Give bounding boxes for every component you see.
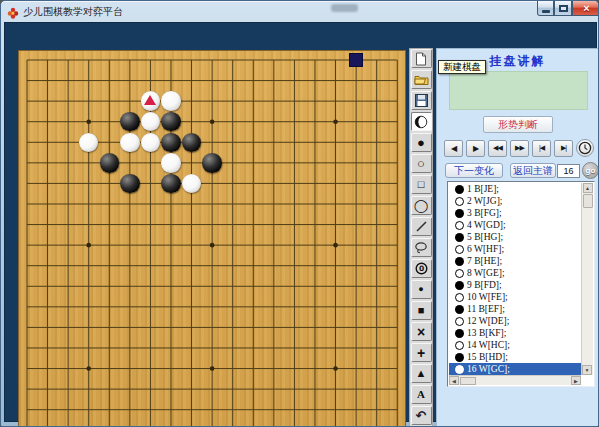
plus-mark-icon: + [417,346,425,360]
last-move-triangle-marker [144,95,156,105]
right-panel: 挂盘讲解 形势判断 ◀▶◀◀▶▶|◀▶| 下一变化 返回主谱 16 go 1 B… [436,48,599,427]
clock-icon [578,141,592,155]
vscroll-thumb[interactable] [583,194,593,208]
move-list-item[interactable]: 14 W[HC]; [449,339,582,351]
step-forward-button[interactable]: ▶ [466,140,485,157]
maximize-button[interactable] [554,1,572,16]
plus-mark-tool-button[interactable]: + [411,343,432,362]
move-rows: 1 B[JE];2 W[JG];3 B[FG];4 W[GD];5 B[HG];… [449,183,582,376]
save-file-button[interactable] [411,91,432,110]
alternate-stone-icon [414,115,428,129]
black-stone-icon [455,209,464,218]
line-icon [415,220,428,233]
navigation-row: ◀▶◀◀▶▶|◀▶| [444,139,594,157]
black-stone [202,153,222,173]
edit-toolbar: ●○□◯0●■×+▲A↶ [409,48,433,427]
move-label: 10 W[FE]; [467,292,508,302]
move-label: 7 B[HE]; [467,256,502,266]
move-list-item[interactable]: 15 B[HD]; [449,351,582,363]
pen-tool-button[interactable] [411,238,432,257]
white-stone-icon [455,365,464,374]
new-board-button[interactable] [411,49,432,68]
move-list-item[interactable]: 10 W[FE]; [449,291,582,303]
black-stone-icon [455,185,464,194]
scroll-down-icon[interactable]: ▼ [582,365,592,375]
open-folder-icon [414,74,429,86]
client-area: ●○□◯0●■×+▲A↶ 挂盘讲解 形势判断 ◀▶◀◀▶▶|◀▶| 下一变化 返… [4,22,597,422]
white-stone-icon [455,341,464,350]
fast-forward-button[interactable]: ▶▶ [510,140,529,157]
app-window: 少儿围棋教学对弈平台 × ●○□◯0●■×+▲A↶ 挂盘讲解 形势判断 ◀▶◀◀… [0,0,599,427]
white-stone-icon: ○ [417,157,425,170]
close-button[interactable]: × [572,1,599,16]
move-list-item[interactable]: 3 B[FG]; [449,207,582,219]
triangle-mark-tool-button[interactable]: ▲ [411,364,432,383]
svg-text:0: 0 [418,264,423,273]
black-stone-icon [455,353,464,362]
triangle-mark-icon: ▲ [416,368,427,379]
circle-outline-icon: ◯ [414,199,429,212]
move-list-item[interactable]: 12 W[DE]; [449,315,582,327]
minimize-icon [542,10,550,13]
square-mark-tool-button[interactable]: ■ [411,301,432,320]
horizontal-scrollbar[interactable]: ◀ ▶ [449,375,581,385]
step-forward-icon: ▶ [473,144,478,153]
close-icon: × [583,2,589,14]
move-list-item[interactable]: 6 W[HF]; [449,243,582,255]
window-title: 少儿围棋教学对弈平台 [23,5,123,19]
move-label: 4 W[GD]; [467,220,506,230]
move-label: 12 W[DE]; [467,316,509,326]
lasso-icon [414,241,428,254]
timer-button[interactable] [576,139,594,157]
black-stone [161,112,181,132]
move-list-item[interactable]: 1 B[JE]; [449,183,582,195]
square-mark-icon: ■ [418,305,425,316]
move-number-tool-button[interactable]: 0 [411,259,432,278]
text-label-icon: A [417,389,425,400]
scroll-up-icon[interactable]: ▲ [583,183,593,193]
black-stone-icon [455,257,464,266]
black-stone-tool-button[interactable]: ● [411,133,432,152]
step-back-button[interactable]: ◀ [444,140,463,157]
move-label: 2 W[JG]; [467,196,502,206]
alternate-move-tool-button[interactable] [411,112,432,131]
move-label: 15 B[HD]; [467,352,508,362]
move-list-item[interactable]: 11 B[EF]; [449,303,582,315]
hscroll-thumb[interactable] [460,377,476,385]
x-mark-icon: × [417,325,425,339]
move-list[interactable]: 1 B[JE];2 W[JG];3 B[FG];4 W[GD];5 B[HG];… [447,181,595,387]
tooltip: 新建棋盘 [438,60,486,74]
move-label: 3 B[FG]; [467,208,502,218]
text-label-tool-button[interactable]: A [411,385,432,404]
dot-mark-tool-button[interactable]: ● [411,280,432,299]
black-stone-icon: ● [417,136,425,149]
variation-row: 下一变化 返回主谱 16 go [437,161,598,183]
board-grid [19,51,407,427]
circle-outline-tool-button[interactable]: ◯ [411,196,432,215]
minimize-button[interactable] [537,1,554,16]
move-list-item[interactable]: 13 B[KF]; [449,327,582,339]
black-stone-icon [455,281,464,290]
move-label: 5 B[HG]; [467,232,503,242]
x-mark-tool-button[interactable]: × [411,322,432,341]
move-list-item[interactable]: 8 W[GE]; [449,267,582,279]
white-stone-icon [455,221,464,230]
white-stone-tool-button[interactable]: ○ [411,154,432,173]
scroll-right-icon[interactable]: ▶ [571,376,581,385]
white-stone [161,153,181,173]
undo-button[interactable]: ↶ [411,406,432,425]
save-icon [415,94,428,107]
white-stone [120,133,140,153]
dot-mark-icon: ● [418,285,423,294]
move-label: 6 W[HF]; [467,244,504,254]
black-stone-icon [455,233,464,242]
black-stone [100,153,120,173]
fast-back-icon: ◀◀ [493,144,502,152]
square-outline-icon: □ [418,179,425,190]
move-list-item[interactable]: 4 W[GD]; [449,219,582,231]
scroll-left-icon[interactable]: ◀ [449,376,459,385]
next-variation-button[interactable]: 下一变化 [445,163,503,178]
zero-circle-icon: 0 [415,262,428,275]
fast-forward-icon: ▶▶ [515,144,524,152]
situation-judge-button[interactable]: 形势判断 [483,116,553,133]
open-file-button[interactable] [411,70,432,89]
go-button[interactable]: go [582,162,599,179]
titlebar: 少儿围棋教学对弈平台 × [1,1,598,22]
black-stone [120,174,140,194]
white-stone-icon [455,317,464,326]
move-list-item[interactable]: 5 B[HG]; [449,231,582,243]
white-stone [161,91,181,111]
undo-icon: ↶ [416,409,427,422]
app-icon [7,5,19,17]
white-stone-icon [455,293,464,302]
white-stone-icon [455,269,464,278]
line-tool-button[interactable] [411,217,432,236]
white-stone-icon [455,245,464,254]
move-list-item[interactable]: 2 W[JG]; [449,195,582,207]
move-list-item[interactable]: 16 W[GC]; [449,363,582,375]
fast-back-button[interactable]: ◀◀ [488,140,507,157]
move-list-item[interactable]: 7 B[HE]; [449,255,582,267]
black-stone-icon [455,329,464,338]
vertical-scrollbar[interactable]: ▲ ▼ [581,183,593,375]
go-end-button[interactable]: ▶| [554,140,573,157]
go-start-icon: |◀ [539,144,544,152]
white-stone [141,133,161,153]
black-stone [120,112,140,132]
return-main-line-button[interactable]: 返回主谱 [510,163,556,178]
square-outline-tool-button[interactable]: □ [411,175,432,194]
go-start-button[interactable]: |◀ [532,140,551,157]
blurred-badge [331,4,358,12]
new-file-icon [415,52,427,66]
step-back-icon: ◀ [451,144,456,153]
move-label: 8 W[GE]; [467,268,505,278]
black-stone-icon [455,305,464,314]
move-label: 11 B[EF]; [467,304,505,314]
move-list-item[interactable]: 9 B[FD]; [449,279,582,291]
comment-area [449,71,588,110]
go-end-icon: ▶| [561,144,566,152]
move-label: 1 B[JE]; [467,184,499,194]
black-stone [161,133,181,153]
move-label: 16 W[GC]; [467,364,510,374]
move-label: 14 W[HC]; [467,340,510,350]
black-stone [161,174,181,194]
window-controls: × [537,1,599,16]
move-label: 9 B[FD]; [467,280,502,290]
white-stone-icon [455,197,464,206]
move-number-input[interactable]: 16 [557,164,580,178]
move-label: 13 B[KF]; [467,328,506,338]
maximize-icon [559,5,568,12]
go-board[interactable] [18,50,406,427]
square-marker [349,53,363,67]
